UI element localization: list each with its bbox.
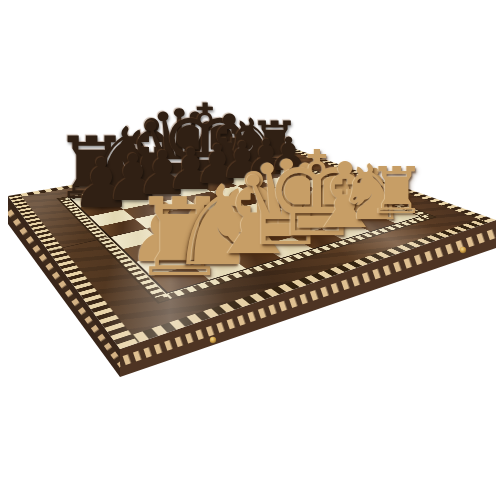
scene: ♜♞♝♛♚♝♞♜♟♟♟♟♟♟♟♟♟♟♟♟♟♟♟♟♜♞♝♛♚♝♞♜ (0, 0, 500, 500)
brass-pin (210, 337, 216, 343)
brass-pin (460, 247, 466, 253)
